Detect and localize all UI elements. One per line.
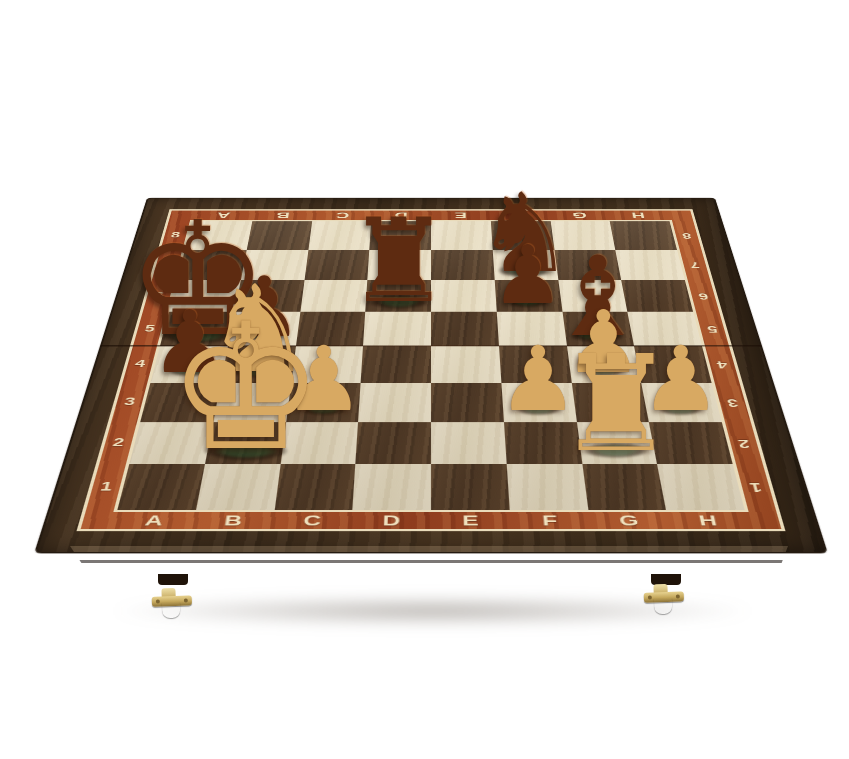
file-label-a: A — [112, 512, 195, 529]
white-king-b2[interactable]: ♚ — [158, 301, 333, 476]
brass-latch-right — [639, 583, 690, 619]
file-label-b: B — [192, 512, 274, 529]
square-d2[interactable] — [356, 422, 431, 464]
file-label-g: G — [588, 512, 670, 529]
brass-latch-left — [147, 587, 198, 623]
file-label-h: H — [667, 512, 750, 529]
front-edge-highlight — [63, 546, 795, 552]
square-e4[interactable] — [431, 346, 501, 383]
black-rook-d6[interactable]: ♜ — [341, 204, 457, 320]
front-edge-groove — [63, 560, 795, 563]
square-d4[interactable] — [361, 346, 431, 383]
latch-hasp — [162, 602, 181, 619]
square-e2[interactable] — [431, 422, 506, 464]
file-labels-bottom: ABCDEFGH — [112, 512, 749, 529]
chess-set-photo: ABCDEFGH ABCDEFGH 87654321 87654321 ♞♜♟♚… — [0, 0, 849, 759]
file-label-f: F — [510, 512, 591, 529]
latch-hasp — [654, 598, 673, 615]
square-e1[interactable] — [431, 464, 509, 510]
square-d1[interactable] — [353, 464, 431, 510]
file-label-e: E — [431, 512, 511, 529]
file-label-c: C — [272, 512, 353, 529]
latch-recess-left — [158, 574, 188, 585]
file-label-top-h: H — [608, 211, 669, 221]
file-label-d: D — [351, 512, 431, 529]
square-d3[interactable] — [358, 383, 431, 422]
white-rook-g2[interactable]: ♜ — [550, 338, 683, 471]
